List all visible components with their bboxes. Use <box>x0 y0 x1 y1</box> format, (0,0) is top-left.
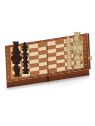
rank-label: 7 <box>8 72 10 74</box>
file-label: h <box>76 35 78 37</box>
rank-label: 8 <box>8 76 10 78</box>
file-label: b <box>24 43 26 45</box>
file-label: a <box>16 78 18 80</box>
file-label: f <box>60 72 61 74</box>
rank-label: 4 <box>84 49 86 51</box>
file-label: d <box>41 41 43 43</box>
rank-label: 6 <box>85 56 87 58</box>
hinge-gap <box>47 76 49 82</box>
file-label: g <box>68 70 70 72</box>
rank-label: 6 <box>8 68 10 70</box>
rank-label: 1 <box>7 49 9 51</box>
chess-set-photo: abcdefgh abcdefgh 12345678 12345678 ♜♟♟♜… <box>0 0 95 126</box>
file-label: h <box>77 69 79 71</box>
rank-label: 3 <box>84 45 86 47</box>
file-label: e <box>52 73 54 75</box>
rank-label: 8 <box>85 64 87 66</box>
rank-label: 5 <box>85 53 87 55</box>
rank-label: 1 <box>84 37 86 39</box>
rank-label: 2 <box>84 41 86 43</box>
rank-label: 5 <box>7 65 9 67</box>
rank-label: 7 <box>85 60 87 62</box>
file-label: a <box>15 45 17 47</box>
file-label: g <box>67 37 69 39</box>
file-label: c <box>32 42 34 44</box>
file-label: b <box>25 77 27 79</box>
rank-label: 4 <box>7 61 9 63</box>
file-label: f <box>59 38 60 40</box>
rank-label: 3 <box>7 57 9 59</box>
brass-latch-icon <box>89 56 92 60</box>
file-label: e <box>50 39 52 41</box>
file-label: d <box>43 74 45 76</box>
rank-label: 2 <box>7 53 9 55</box>
file-label: c <box>34 76 36 78</box>
